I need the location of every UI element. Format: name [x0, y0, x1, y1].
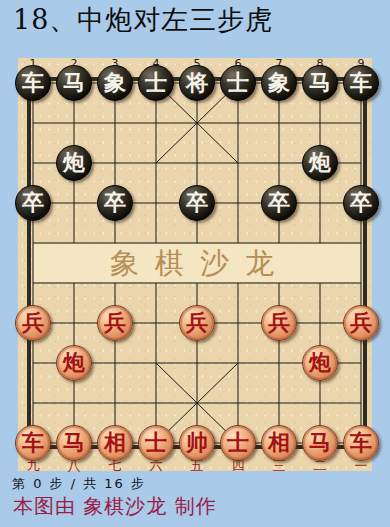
xiangqi-diagram-window: 18、中炮对左三步虎 象棋沙龙 123456789 九八七六五四三二一 车马象士…: [0, 0, 390, 527]
column-cjk-label: 六: [146, 459, 166, 473]
black-piece-马[interactable]: 马: [302, 65, 338, 101]
black-piece-卒[interactable]: 卒: [97, 185, 133, 221]
column-cjk-label: 一: [351, 459, 371, 473]
black-piece-将[interactable]: 将: [179, 65, 215, 101]
red-piece-兵[interactable]: 兵: [15, 305, 51, 341]
black-piece-炮[interactable]: 炮: [302, 145, 338, 181]
red-piece-兵[interactable]: 兵: [343, 305, 379, 341]
xiangqi-board[interactable]: 象棋沙龙 123456789 九八七六五四三二一 车马象士将士象马车炮炮卒卒卒卒…: [18, 58, 372, 471]
black-piece-士[interactable]: 士: [138, 65, 174, 101]
credit-text: 本图由 象棋沙龙 制作: [13, 493, 217, 519]
column-cjk-label: 五: [187, 459, 207, 473]
red-piece-相[interactable]: 相: [261, 425, 297, 461]
red-piece-兵[interactable]: 兵: [179, 305, 215, 341]
red-piece-帅[interactable]: 帅: [179, 425, 215, 461]
red-piece-兵[interactable]: 兵: [97, 305, 133, 341]
black-piece-象[interactable]: 象: [261, 65, 297, 101]
red-piece-炮[interactable]: 炮: [302, 345, 338, 381]
red-piece-士[interactable]: 士: [220, 425, 256, 461]
red-piece-马[interactable]: 马: [56, 425, 92, 461]
red-piece-士[interactable]: 士: [138, 425, 174, 461]
move-counter: 第 0 步 / 共 16 步: [12, 476, 146, 491]
black-piece-炮[interactable]: 炮: [56, 145, 92, 181]
column-cjk-label: 七: [105, 459, 125, 473]
black-piece-象[interactable]: 象: [97, 65, 133, 101]
red-piece-兵[interactable]: 兵: [261, 305, 297, 341]
red-piece-车[interactable]: 车: [15, 425, 51, 461]
board-grid-lines: [18, 58, 372, 471]
column-cjk-label: 九: [23, 459, 43, 473]
page-title: 18、中炮对左三步虎: [13, 5, 273, 35]
column-cjk-label: 三: [269, 459, 289, 473]
red-piece-炮[interactable]: 炮: [56, 345, 92, 381]
black-piece-卒[interactable]: 卒: [261, 185, 297, 221]
red-piece-相[interactable]: 相: [97, 425, 133, 461]
black-piece-马[interactable]: 马: [56, 65, 92, 101]
red-piece-车[interactable]: 车: [343, 425, 379, 461]
column-cjk-label: 八: [64, 459, 84, 473]
black-piece-车[interactable]: 车: [343, 65, 379, 101]
black-piece-士[interactable]: 士: [220, 65, 256, 101]
column-cjk-label: 二: [310, 459, 330, 473]
red-piece-马[interactable]: 马: [302, 425, 338, 461]
black-piece-车[interactable]: 车: [15, 65, 51, 101]
black-piece-卒[interactable]: 卒: [15, 185, 51, 221]
black-piece-卒[interactable]: 卒: [343, 185, 379, 221]
black-piece-卒[interactable]: 卒: [179, 185, 215, 221]
column-cjk-label: 四: [228, 459, 248, 473]
